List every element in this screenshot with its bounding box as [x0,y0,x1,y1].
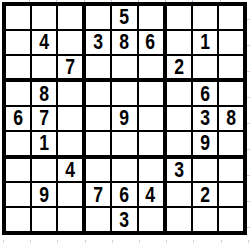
cell-r9c1[interactable] [6,208,30,231]
cell-r5c2[interactable]: 7 [32,107,56,130]
box-3-3: 32 [167,159,243,231]
given-digit: 9 [39,184,49,206]
spreadsheet-background: 4753861286719638949764332 [0,0,250,243]
cell-r6c2[interactable]: 1 [32,132,56,155]
gridline-stub-top [138,0,139,2]
cell-r3c8[interactable] [193,56,217,79]
cell-r2c9[interactable] [219,31,243,54]
cell-r7c3[interactable]: 4 [58,159,82,182]
cell-r9c9[interactable] [219,208,243,231]
given-digit: 3 [200,107,210,129]
cell-r8c9[interactable] [219,183,243,206]
cell-r3c4[interactable] [86,56,110,79]
cell-r1c4[interactable] [86,6,110,29]
cell-r5c3[interactable] [58,107,82,130]
given-digit: 1 [39,132,49,154]
cell-r5c4[interactable] [86,107,110,130]
given-digit: 3 [93,31,103,53]
given-digit: 4 [65,159,75,181]
cell-r5c8[interactable]: 3 [193,107,217,130]
cell-r7c2[interactable] [32,159,56,182]
cell-r8c5[interactable]: 6 [112,183,136,206]
given-digit: 5 [120,6,130,28]
cell-r2c1[interactable] [6,31,30,54]
box-3-2: 7643 [86,159,162,231]
cell-r1c2[interactable] [32,6,56,29]
cell-r6c1[interactable] [6,132,30,155]
cell-r4c3[interactable] [58,82,82,105]
given-digit: 3 [120,209,130,231]
cell-r6c8[interactable]: 9 [193,132,217,155]
cell-r8c2[interactable]: 9 [32,183,56,206]
cell-r7c8[interactable] [193,159,217,182]
cell-r8c8[interactable]: 2 [193,183,217,206]
cell-r5c1[interactable]: 6 [6,107,30,130]
gridline-stub-top [84,0,85,2]
gridline-stub-top [220,0,221,2]
given-digit: 4 [146,184,156,206]
cell-r4c2[interactable]: 8 [32,82,56,105]
cell-r2c5[interactable]: 8 [112,31,136,54]
cell-r4c5[interactable] [112,82,136,105]
cell-r5c5[interactable]: 9 [112,107,136,130]
cell-r6c3[interactable] [58,132,82,155]
cell-r8c6[interactable]: 4 [139,183,163,206]
cell-r6c4[interactable] [86,132,110,155]
gridline-stub-right [247,19,250,20]
cell-r1c1[interactable] [6,6,30,29]
cell-r7c9[interactable] [219,159,243,182]
gridline-stub-right [247,123,250,124]
cell-r3c3[interactable]: 7 [58,56,82,79]
given-digit: 1 [200,31,210,53]
cell-r4c6[interactable] [139,82,163,105]
given-digit: 7 [93,184,103,206]
cell-r8c3[interactable] [58,183,82,206]
cell-r6c6[interactable] [139,132,163,155]
gridline-stub-top [111,0,112,2]
cell-r1c5[interactable]: 5 [112,6,136,29]
cell-r7c6[interactable] [139,159,163,182]
given-digit: 6 [200,83,210,105]
given-digit: 6 [13,107,23,129]
cell-r9c8[interactable] [193,208,217,231]
gridline-stub-right [247,175,250,176]
cell-r3c5[interactable] [112,56,136,79]
cell-r4c4[interactable] [86,82,110,105]
cell-r1c7[interactable] [167,6,191,29]
given-digit: 8 [39,83,49,105]
cell-r4c7[interactable] [167,82,191,105]
cell-r3c9[interactable] [219,56,243,79]
gridline-stub-top [165,0,166,2]
cell-r4c1[interactable] [6,82,30,105]
cell-r2c6[interactable]: 6 [139,31,163,54]
given-digit: 9 [120,107,130,129]
box-1-2: 5386 [86,6,162,78]
cell-r9c3[interactable] [58,208,82,231]
cell-r6c5[interactable] [112,132,136,155]
given-digit: 3 [174,159,184,181]
cell-r3c6[interactable] [139,56,163,79]
box-2-1: 8671 [6,82,82,154]
cell-r2c4[interactable]: 3 [86,31,110,54]
cell-r2c8[interactable]: 1 [193,31,217,54]
cell-r7c7[interactable]: 3 [167,159,191,182]
cell-r1c6[interactable] [139,6,163,29]
cell-r2c7[interactable] [167,31,191,54]
gridline-stub-right [247,97,250,98]
given-digit: 2 [200,184,210,206]
gridline-stub-top [56,0,57,2]
gridline-stub-right [247,227,250,228]
box-1-1: 47 [6,6,82,78]
cell-r1c3[interactable] [58,6,82,29]
box-2-2: 9 [86,82,162,154]
cell-r3c7[interactable]: 2 [167,56,191,79]
cell-r9c5[interactable]: 3 [112,208,136,231]
cell-r9c2[interactable] [32,208,56,231]
cell-r7c1[interactable] [6,159,30,182]
sudoku-board: 4753861286719638949764332 [2,2,247,235]
cell-r3c2[interactable] [32,56,56,79]
cell-r9c7[interactable] [167,208,191,231]
cell-r5c7[interactable] [167,107,191,130]
cell-r6c7[interactable] [167,132,191,155]
given-digit: 8 [226,107,236,129]
cell-r2c2[interactable]: 4 [32,31,56,54]
box-3-1: 49 [6,159,82,231]
cell-r7c5[interactable] [112,159,136,182]
box-1-3: 12 [167,6,243,78]
cell-r7c4[interactable] [86,159,110,182]
given-digit: 4 [39,31,49,53]
given-digit: 9 [200,132,210,154]
given-digit: 7 [39,107,49,129]
given-digit: 2 [174,56,184,78]
given-digit: 6 [120,184,130,206]
gridline-stub-top [29,0,30,2]
gridline-stub-right [247,149,250,150]
gridline-stub-top [192,0,193,2]
box-2-3: 6389 [167,82,243,154]
cell-r9c4[interactable] [86,208,110,231]
cell-r5c9[interactable]: 8 [219,107,243,130]
gridline-stub-right [247,71,250,72]
cell-r4c9[interactable] [219,82,243,105]
cell-r2c3[interactable] [58,31,82,54]
cell-r1c9[interactable] [219,6,243,29]
cell-r3c1[interactable] [6,56,30,79]
cell-r8c7[interactable] [167,183,191,206]
cell-r4c8[interactable]: 6 [193,82,217,105]
cell-r8c1[interactable] [6,183,30,206]
given-digit: 6 [146,31,156,53]
given-digit: 7 [65,56,75,78]
cell-r9c6[interactable] [139,208,163,231]
gridline-stub-right [247,201,250,202]
given-digit: 8 [120,31,130,53]
cell-r5c6[interactable] [139,107,163,130]
cell-r6c9[interactable] [219,132,243,155]
gridline-stub-right [247,45,250,46]
cell-r8c4[interactable]: 7 [86,183,110,206]
cell-r1c8[interactable] [193,6,217,29]
